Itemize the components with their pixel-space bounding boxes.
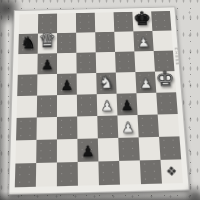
square-b2[interactable] [36,139,57,163]
square-f1[interactable] [119,160,141,184]
square-g6[interactable] [134,51,155,72]
white-king-h5[interactable]: ♚ [155,70,175,91]
photo-left-shadow [0,0,7,200]
chess-board-sheet: ♚♞♛♟♟♟♞♟♚♟♟♟♟❖ CHESS [8,6,190,195]
square-a5[interactable] [17,74,37,96]
square-a6[interactable] [18,54,38,75]
square-c7[interactable] [57,33,76,54]
white-pawn-g5[interactable]: ♟ [139,77,152,91]
black-pawn-c5[interactable]: ♟ [61,79,73,93]
black-pawn-d2[interactable]: ♟ [81,144,94,159]
white-pawn-e4[interactable]: ♟ [101,99,114,113]
square-h7[interactable] [152,30,173,50]
black-pawn-b6[interactable]: ♟ [41,58,53,71]
square-h8[interactable] [151,11,171,31]
square-a3[interactable] [16,117,37,140]
white-pawn-g7[interactable]: ♟ [137,36,150,49]
square-e2[interactable] [98,138,119,162]
square-d7[interactable] [76,32,96,53]
square-b3[interactable] [36,117,56,140]
square-h1[interactable]: ❖ [161,159,183,183]
square-e3[interactable] [97,115,118,138]
square-c3[interactable] [57,116,77,139]
square-e5[interactable]: ♞ [96,73,116,95]
square-g1[interactable] [140,160,162,184]
square-a8[interactable] [19,14,38,34]
square-a1[interactable] [15,163,36,187]
square-b1[interactable] [36,162,57,186]
square-b6[interactable]: ♟ [37,53,57,74]
square-g5[interactable]: ♟ [135,72,156,94]
square-h3[interactable] [158,114,180,137]
square-g2[interactable] [139,137,161,161]
photo-corner-smudge-bottom-right [184,184,200,200]
square-d4[interactable] [77,94,97,116]
white-knight-e5[interactable]: ♞ [98,74,114,92]
white-pawn-f3[interactable]: ♟ [121,120,134,135]
square-d2[interactable]: ♟ [77,138,98,162]
square-g3[interactable] [138,114,160,137]
square-e6[interactable] [96,52,116,73]
square-c5[interactable]: ♟ [57,73,77,95]
square-e1[interactable] [98,161,120,185]
square-f7[interactable] [114,31,134,52]
square-d5[interactable] [77,73,97,95]
square-f6[interactable] [115,51,135,72]
square-e4[interactable]: ♟ [97,94,118,116]
square-h5[interactable]: ♚ [155,71,176,93]
square-f5[interactable] [116,72,137,94]
square-c8[interactable] [57,13,76,33]
square-b4[interactable] [37,95,57,117]
square-f2[interactable] [118,137,140,161]
square-c6[interactable] [57,53,77,74]
board-corner-ornament-icon: ❖ [166,165,178,178]
square-f8[interactable] [114,12,134,32]
square-a7[interactable]: ♞ [18,34,38,55]
square-f3[interactable]: ♟ [117,115,138,138]
square-d8[interactable] [76,13,95,33]
square-f4[interactable]: ♟ [117,93,138,115]
square-g4[interactable] [136,93,157,115]
black-pawn-f4[interactable]: ♟ [121,99,134,113]
photo-background: ♚♞♛♟♟♟♞♟♚♟♟♟♟❖ CHESS [0,0,200,200]
square-c1[interactable] [57,162,78,186]
square-b7[interactable]: ♛ [38,33,57,54]
square-h2[interactable] [159,136,181,160]
square-g7[interactable]: ♟ [133,31,153,52]
chess-board[interactable]: ♚♞♛♟♟♟♞♟♚♟♟♟♟❖ [15,11,183,187]
square-b5[interactable] [37,74,57,96]
photo-bottom-shadow [0,192,200,200]
square-h4[interactable] [156,92,177,114]
black-knight-a7[interactable]: ♞ [20,35,36,52]
square-d1[interactable] [78,161,99,185]
square-e7[interactable] [95,32,115,53]
square-a4[interactable] [17,96,37,118]
square-c4[interactable] [57,95,77,117]
square-d3[interactable] [77,116,98,139]
square-g8[interactable]: ♚ [132,11,152,31]
white-queen-b7[interactable]: ♛ [38,32,56,52]
black-king-g8[interactable]: ♚ [133,10,152,29]
square-a2[interactable] [15,140,36,164]
square-e8[interactable] [95,12,115,32]
square-c2[interactable] [57,139,78,163]
square-d6[interactable] [76,52,96,73]
board-edge-brand-text: CHESS [174,48,180,66]
